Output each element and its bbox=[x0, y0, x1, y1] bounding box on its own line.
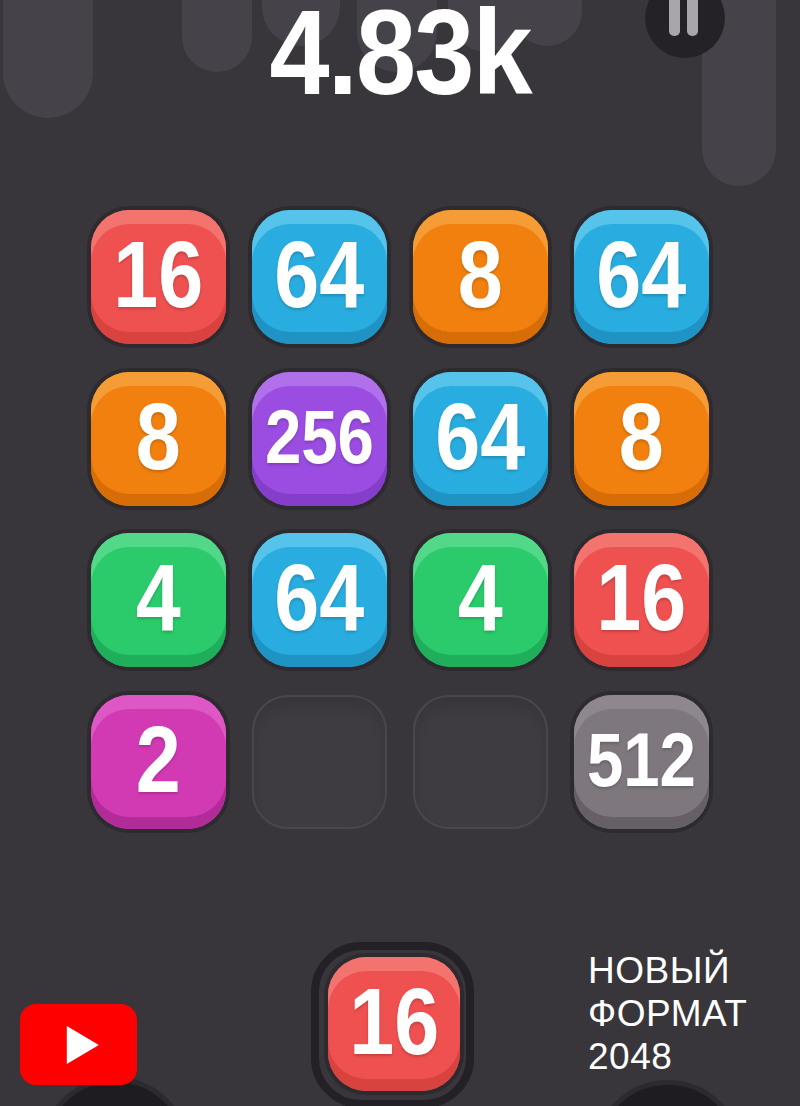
tile-value: 16 bbox=[114, 228, 204, 322]
board-cell: 4 bbox=[87, 529, 230, 671]
tile-256[interactable]: 256 bbox=[252, 372, 387, 506]
tile-value: 4 bbox=[458, 551, 503, 645]
game-screen: 4.83k 166486482566484644162512 16 НОВЫЙ … bbox=[0, 0, 800, 1106]
tile-16[interactable]: 16 bbox=[91, 210, 226, 344]
youtube-logo[interactable] bbox=[20, 1004, 137, 1085]
board: 166486482566484644162512 bbox=[87, 206, 713, 833]
tile-4[interactable]: 4 bbox=[91, 533, 226, 667]
board-cell: 2 bbox=[87, 691, 230, 833]
empty-cell bbox=[413, 695, 548, 829]
promo-caption-line: 2048 bbox=[588, 1035, 747, 1078]
tile-64[interactable]: 64 bbox=[574, 210, 709, 344]
tile-value: 8 bbox=[136, 390, 181, 484]
tile-value: 4 bbox=[136, 551, 181, 645]
board-cell-empty bbox=[409, 691, 552, 833]
tile-value: 64 bbox=[436, 390, 526, 484]
tile-2[interactable]: 2 bbox=[91, 695, 226, 829]
tile-16[interactable]: 16 bbox=[574, 533, 709, 667]
next-tile-value: 16 bbox=[349, 975, 439, 1069]
promo-caption-line: НОВЫЙ bbox=[588, 949, 747, 992]
tile-value: 8 bbox=[458, 228, 503, 322]
tile-value: 64 bbox=[275, 228, 365, 322]
board-cell: 8 bbox=[87, 368, 230, 510]
next-tile[interactable]: 16 bbox=[328, 957, 460, 1091]
tile-512[interactable]: 512 bbox=[574, 695, 709, 829]
board-cell: 64 bbox=[248, 529, 391, 671]
board-cell: 4 bbox=[409, 529, 552, 671]
board-cell: 64 bbox=[409, 368, 552, 510]
board-cell: 256 bbox=[248, 368, 391, 510]
board-cell-empty bbox=[248, 691, 391, 833]
board-cell: 64 bbox=[570, 206, 713, 348]
tile-value: 8 bbox=[619, 390, 664, 484]
tile-value: 512 bbox=[587, 722, 696, 798]
board-cell: 8 bbox=[409, 206, 552, 348]
tile-value: 16 bbox=[597, 551, 687, 645]
pause-icon bbox=[687, 0, 698, 36]
board-cell: 512 bbox=[570, 691, 713, 833]
tile-8[interactable]: 8 bbox=[413, 210, 548, 344]
tile-64[interactable]: 64 bbox=[413, 372, 548, 506]
tile-value: 64 bbox=[597, 228, 687, 322]
tile-64[interactable]: 64 bbox=[252, 533, 387, 667]
promo-caption: НОВЫЙ ФОРМАТ 2048 bbox=[588, 949, 747, 1078]
board-cell: 16 bbox=[570, 529, 713, 671]
promo-caption-line: ФОРМАТ bbox=[588, 992, 747, 1035]
score-value: 4.83k bbox=[269, 0, 530, 112]
tile-8[interactable]: 8 bbox=[574, 372, 709, 506]
tile-value: 256 bbox=[265, 399, 374, 475]
tile-value: 2 bbox=[136, 713, 181, 807]
board-cell: 8 bbox=[570, 368, 713, 510]
board-cell: 16 bbox=[87, 206, 230, 348]
tile-8[interactable]: 8 bbox=[91, 372, 226, 506]
bottom-right-button-partial[interactable] bbox=[593, 1080, 743, 1106]
play-icon bbox=[66, 1026, 98, 1064]
tile-64[interactable]: 64 bbox=[252, 210, 387, 344]
empty-cell bbox=[252, 695, 387, 829]
board-cell: 64 bbox=[248, 206, 391, 348]
pause-icon bbox=[669, 0, 680, 36]
tile-4[interactable]: 4 bbox=[413, 533, 548, 667]
tile-value: 64 bbox=[275, 551, 365, 645]
